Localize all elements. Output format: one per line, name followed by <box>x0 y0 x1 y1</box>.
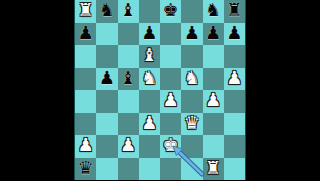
piece-black-knight: ♞ <box>205 1 221 19</box>
piece-black-pawn: ♟ <box>99 69 115 87</box>
piece-black-knight: ♞ <box>99 1 115 19</box>
square-h7[interactable]: ♟ <box>224 23 245 46</box>
piece-black-queen: ♛ <box>78 159 94 177</box>
piece-black-rook: ♜ <box>226 1 242 19</box>
square-f5[interactable]: ♞ <box>181 68 202 91</box>
piece-white-knight: ♞ <box>184 69 200 87</box>
square-a1[interactable]: ♛ <box>75 158 96 181</box>
square-a6[interactable] <box>75 45 96 68</box>
square-c8[interactable]: ♝ <box>118 0 139 23</box>
square-d5[interactable]: ♞ <box>139 68 160 91</box>
piece-white-queen: ♛ <box>184 114 200 132</box>
square-c7[interactable] <box>118 23 139 46</box>
square-d6[interactable]: ♝ <box>139 45 160 68</box>
piece-white-knight: ♞ <box>141 69 157 87</box>
square-a7[interactable]: ♟ <box>75 23 96 46</box>
square-h1[interactable] <box>224 158 245 181</box>
piece-white-pawn: ♟ <box>163 91 179 109</box>
square-c4[interactable] <box>118 90 139 113</box>
square-h5[interactable]: ♟ <box>224 68 245 91</box>
square-g2[interactable] <box>203 135 224 158</box>
square-f2[interactable] <box>181 135 202 158</box>
square-g3[interactable] <box>203 113 224 136</box>
square-d3[interactable]: ♟ <box>139 113 160 136</box>
chess-board: ♜♞♝♚♞♜♟♟♟♟♟♝♟♝♞♞♟♟♟♟♛♟♟♚♛♜ <box>75 0 245 180</box>
square-f3[interactable]: ♛ <box>181 113 202 136</box>
square-g1[interactable]: ♜ <box>203 158 224 181</box>
square-b4[interactable] <box>96 90 117 113</box>
square-c6[interactable] <box>118 45 139 68</box>
piece-white-bishop: ♝ <box>141 46 157 64</box>
square-g5[interactable] <box>203 68 224 91</box>
square-e7[interactable] <box>160 23 181 46</box>
square-d7[interactable]: ♟ <box>139 23 160 46</box>
square-e8[interactable]: ♚ <box>160 0 181 23</box>
piece-white-pawn: ♟ <box>120 136 136 154</box>
piece-black-pawn: ♟ <box>184 24 200 42</box>
piece-white-rook: ♜ <box>205 159 221 177</box>
piece-white-pawn: ♟ <box>226 69 242 87</box>
piece-black-bishop: ♝ <box>120 69 136 87</box>
square-g6[interactable] <box>203 45 224 68</box>
square-h3[interactable] <box>224 113 245 136</box>
square-b8[interactable]: ♞ <box>96 0 117 23</box>
video-frame: ♜♞♝♚♞♜♟♟♟♟♟♝♟♝♞♞♟♟♟♟♛♟♟♚♛♜ <box>0 0 320 180</box>
square-f4[interactable] <box>181 90 202 113</box>
square-b5[interactable]: ♟ <box>96 68 117 91</box>
piece-white-king: ♚ <box>163 136 179 154</box>
square-e6[interactable] <box>160 45 181 68</box>
square-e3[interactable] <box>160 113 181 136</box>
square-f8[interactable] <box>181 0 202 23</box>
square-e4[interactable]: ♟ <box>160 90 181 113</box>
piece-white-pawn: ♟ <box>141 114 157 132</box>
square-d8[interactable] <box>139 0 160 23</box>
square-b2[interactable] <box>96 135 117 158</box>
square-e5[interactable] <box>160 68 181 91</box>
square-h6[interactable] <box>224 45 245 68</box>
square-h2[interactable] <box>224 135 245 158</box>
piece-black-pawn: ♟ <box>141 24 157 42</box>
square-b7[interactable] <box>96 23 117 46</box>
square-h8[interactable]: ♜ <box>224 0 245 23</box>
square-h4[interactable] <box>224 90 245 113</box>
piece-black-bishop: ♝ <box>120 1 136 19</box>
square-d1[interactable] <box>139 158 160 181</box>
piece-black-pawn: ♟ <box>226 24 242 42</box>
square-f7[interactable]: ♟ <box>181 23 202 46</box>
piece-white-rook: ♜ <box>78 1 94 19</box>
square-e1[interactable] <box>160 158 181 181</box>
square-d2[interactable] <box>139 135 160 158</box>
square-d4[interactable] <box>139 90 160 113</box>
square-a2[interactable]: ♟ <box>75 135 96 158</box>
piece-black-pawn: ♟ <box>205 24 221 42</box>
square-b1[interactable] <box>96 158 117 181</box>
square-c5[interactable]: ♝ <box>118 68 139 91</box>
piece-black-pawn: ♟ <box>78 24 94 42</box>
piece-white-pawn: ♟ <box>78 136 94 154</box>
square-f1[interactable] <box>181 158 202 181</box>
square-a4[interactable] <box>75 90 96 113</box>
square-a5[interactable] <box>75 68 96 91</box>
square-g7[interactable]: ♟ <box>203 23 224 46</box>
square-c3[interactable] <box>118 113 139 136</box>
square-c1[interactable] <box>118 158 139 181</box>
square-e2[interactable]: ♚ <box>160 135 181 158</box>
square-g8[interactable]: ♞ <box>203 0 224 23</box>
square-a3[interactable] <box>75 113 96 136</box>
square-b6[interactable] <box>96 45 117 68</box>
square-c2[interactable]: ♟ <box>118 135 139 158</box>
square-a8[interactable]: ♜ <box>75 0 96 23</box>
square-b3[interactable] <box>96 113 117 136</box>
piece-black-king: ♚ <box>163 1 179 19</box>
piece-white-pawn: ♟ <box>205 91 221 109</box>
square-f6[interactable] <box>181 45 202 68</box>
square-g4[interactable]: ♟ <box>203 90 224 113</box>
